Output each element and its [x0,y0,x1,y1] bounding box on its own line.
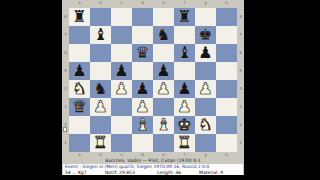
rank-label-5: 5 [62,62,69,80]
rank-labels-right: 87654321 [237,8,244,152]
file-labels-top: abcdefgh [69,0,237,8]
file-label-c: c [111,0,132,8]
square-f6[interactable]: ♝ [174,44,195,62]
rank-label-3: 3 [62,98,69,116]
board-grid: ♜♜♝♞♚♛♝♟♟♟♟♞♞♟♟♟♟♟♛♟♟♟♝♝♚♞♜♜ [69,8,237,152]
square-h8[interactable] [216,8,237,26]
white-pawn: ♟ [93,98,107,116]
video-frame: abcdefgh 87654321 87654321 ♜♜♝♞♚♛♝♟♟♟♟♞♞… [0,0,320,180]
square-a2[interactable] [69,116,90,134]
white-pawn: ♟ [114,80,128,98]
square-g2[interactable]: ♞ [195,116,216,134]
white-pawn: ♟ [156,80,170,98]
square-a8[interactable]: ♜ [69,8,90,26]
square-h2[interactable] [216,116,237,134]
square-f5[interactable] [174,62,195,80]
move-line: 54 ... Kg7 NoOf: 29.853 Length: 46 Mater… [65,170,241,176]
square-e8[interactable] [153,8,174,26]
square-a6[interactable] [69,44,90,62]
black-knight: ♞ [93,80,107,98]
square-a1[interactable] [69,134,90,152]
last-move: 54 ... Kg7 [65,170,105,176]
white-queen: ♛ [72,98,86,116]
square-h3[interactable] [216,98,237,116]
square-f3[interactable]: ♟ [174,98,195,116]
square-f1[interactable]: ♜ [174,134,195,152]
square-e5[interactable]: ♟ [153,62,174,80]
rank-label-8: 8 [237,8,244,26]
square-e1[interactable] [153,134,174,152]
rank-label-3: 3 [237,98,244,116]
file-label-e: e [153,0,174,8]
square-e2[interactable]: ♝ [153,116,174,134]
black-pawn: ♟ [72,62,86,80]
black-rook: ♜ [177,8,191,26]
square-h7[interactable] [216,26,237,44]
white-bishop: ♝ [135,116,149,134]
black-pawn: ♟ [198,44,212,62]
square-h5[interactable] [216,62,237,80]
square-h1[interactable] [216,134,237,152]
square-b2[interactable] [90,116,111,134]
rank-label-7: 7 [62,26,69,44]
file-label-d: d [132,0,153,8]
rank-label-8: 8 [62,8,69,26]
rank-label-2: 2 [237,116,244,134]
black-queen: ♛ [135,44,149,62]
square-f4[interactable]: ♟ [174,80,195,98]
white-pawn: ♟ [177,98,191,116]
square-g6[interactable]: ♟ [195,44,216,62]
square-c8[interactable] [111,8,132,26]
file-label-h: h [216,0,237,8]
square-g5[interactable] [195,62,216,80]
square-d7[interactable] [132,26,153,44]
black-knight: ♞ [156,26,170,44]
square-d4[interactable]: ♟ [132,80,153,98]
square-b8[interactable] [90,8,111,26]
square-c4[interactable]: ♟ [111,80,132,98]
white-knight: ♞ [198,116,212,134]
black-rook: ♜ [72,8,86,26]
square-h4[interactable] [216,80,237,98]
square-e7[interactable]: ♞ [153,26,174,44]
square-b3[interactable]: ♟ [90,98,111,116]
square-a5[interactable]: ♟ [69,62,90,80]
chessboard: abcdefgh 87654321 87654321 ♜♜♝♞♚♛♝♟♟♟♟♞♞… [62,0,244,175]
white-pawn: ♟ [198,80,212,98]
square-a3[interactable]: ♛ [69,98,90,116]
rank-label-4: 4 [237,80,244,98]
game-info: Event : Siegen ol (Men) qual-D, Siegen 1… [63,164,243,175]
white-rook: ♜ [93,134,107,152]
square-b6[interactable] [90,44,111,62]
square-d3[interactable]: ♟ [132,98,153,116]
square-b5[interactable] [90,62,111,80]
black-bishop: ♝ [93,26,107,44]
rank-label-6: 6 [237,44,244,62]
rank-label-1: 1 [237,134,244,152]
rank-label-5: 5 [237,62,244,80]
square-e4[interactable]: ♟ [153,80,174,98]
rank-label-4: 4 [62,80,69,98]
square-d6[interactable]: ♛ [132,44,153,62]
black-pawn: ♟ [135,80,149,98]
square-d1[interactable] [132,134,153,152]
file-label-g: g [195,0,216,8]
square-c7[interactable] [111,26,132,44]
white-pawn: ♟ [135,98,149,116]
black-king: ♚ [198,26,212,44]
square-c3[interactable] [111,98,132,116]
square-d2[interactable]: ♝ [132,116,153,134]
square-e3[interactable] [153,98,174,116]
white-to-move-indicator [63,127,67,132]
rank-label-7: 7 [237,26,244,44]
square-h6[interactable] [216,44,237,62]
game-title: Bacchini, Vadim — Pilot, Cvitan (1970) 0… [62,157,244,164]
square-g4[interactable]: ♟ [195,80,216,98]
square-g7[interactable]: ♚ [195,26,216,44]
stat-material: Material: 9 [199,170,223,176]
stat-length: Length: 46 [157,170,199,176]
square-c2[interactable] [111,116,132,134]
white-bishop: ♝ [156,116,170,134]
black-bishop: ♝ [177,44,191,62]
square-g1[interactable] [195,134,216,152]
white-rook: ♜ [177,134,191,152]
rank-label-6: 6 [62,44,69,62]
rank-label-1: 1 [62,134,69,152]
black-pawn: ♟ [177,80,191,98]
black-pawn: ♟ [114,62,128,80]
square-b1[interactable]: ♜ [90,134,111,152]
file-label-b: b [90,0,111,8]
square-f8[interactable]: ♜ [174,8,195,26]
square-f2[interactable]: ♚ [174,116,195,134]
square-g8[interactable] [195,8,216,26]
black-pawn: ♟ [156,62,170,80]
square-d8[interactable] [132,8,153,26]
square-g3[interactable] [195,98,216,116]
square-a7[interactable] [69,26,90,44]
square-b4[interactable]: ♞ [90,80,111,98]
square-c6[interactable] [111,44,132,62]
white-knight: ♞ [72,80,86,98]
square-d5[interactable] [132,62,153,80]
stat-noof: NoOf: 29.853 [105,170,157,176]
square-c5[interactable]: ♟ [111,62,132,80]
square-e6[interactable] [153,44,174,62]
square-f7[interactable] [174,26,195,44]
white-king: ♚ [177,116,191,134]
square-b7[interactable]: ♝ [90,26,111,44]
square-c1[interactable] [111,134,132,152]
square-a4[interactable]: ♞ [69,80,90,98]
